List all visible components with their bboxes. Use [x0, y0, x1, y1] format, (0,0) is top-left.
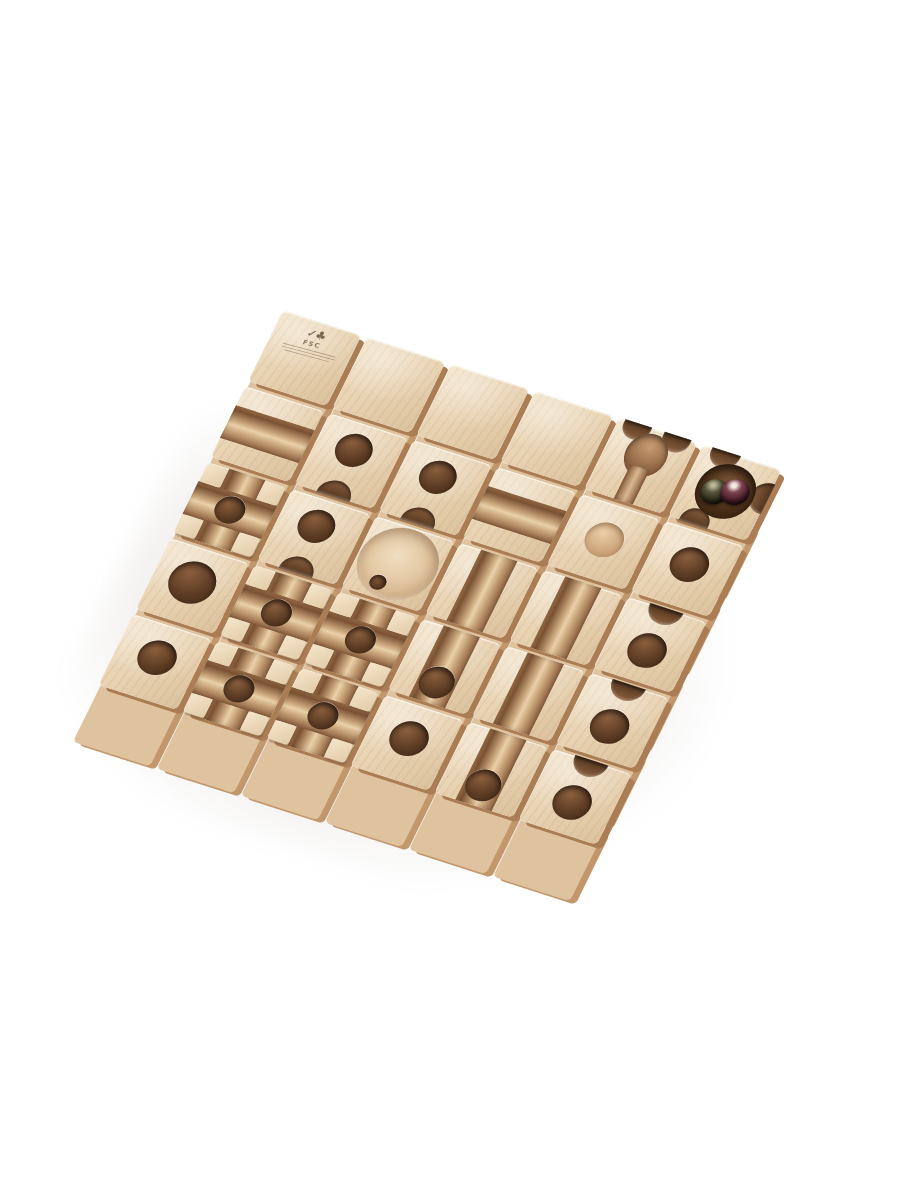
fsc-label: FSC: [278, 332, 345, 356]
marble-run-board: ✓♣FSC: [98, 310, 781, 845]
straight-channel: [493, 653, 564, 736]
hole: [663, 543, 715, 587]
straight-channel: [446, 550, 517, 633]
fsc-stamp: ✓♣FSC: [263, 321, 350, 392]
hole: [546, 780, 598, 824]
dimple: [578, 518, 630, 562]
straight-channel: [220, 405, 315, 463]
hole: [329, 429, 379, 471]
straight-channel: [472, 486, 567, 544]
hole: [160, 556, 224, 610]
fsc-fineprint-lines: [274, 341, 341, 365]
front-channel-stub: [614, 464, 650, 504]
hole: [413, 456, 463, 498]
hole: [291, 505, 341, 547]
fsc-tree-check-icon: ✓♣: [281, 321, 350, 349]
hole: [583, 704, 635, 748]
hole: [383, 716, 435, 760]
hole: [621, 628, 673, 672]
hole: [131, 636, 183, 680]
straight-channel: [530, 577, 601, 660]
